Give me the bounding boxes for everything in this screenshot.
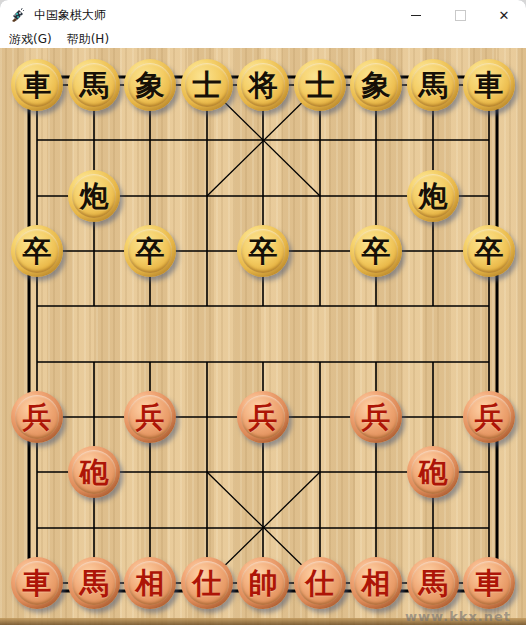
piece-character: 卒: [463, 225, 515, 277]
piece-character: 炮: [68, 170, 120, 222]
piece-character: 車: [11, 557, 63, 609]
piece-character: 相: [124, 557, 176, 609]
piece-black-soldier[interactable]: 卒: [11, 225, 63, 277]
piece-red-horse[interactable]: 馬: [68, 557, 120, 609]
piece-black-chariot[interactable]: 車: [11, 59, 63, 111]
piece-black-soldier[interactable]: 卒: [350, 225, 402, 277]
piece-red-chariot[interactable]: 車: [11, 557, 63, 609]
piece-black-elephant[interactable]: 象: [350, 59, 402, 111]
window-title: 中国象棋大师: [34, 7, 106, 24]
piece-character: 車: [11, 59, 63, 111]
piece-character: 兵: [237, 391, 289, 443]
close-icon: ✕: [499, 9, 510, 22]
piece-character: 象: [350, 59, 402, 111]
piece-character: 馬: [68, 557, 120, 609]
piece-character: 相: [350, 557, 402, 609]
xiangqi-board[interactable]: 車馬象士将士象馬車炮炮卒卒卒卒卒兵兵兵兵兵砲砲車馬相仕帥仕相馬車 www.kkx…: [0, 48, 526, 625]
piece-black-soldier[interactable]: 卒: [124, 225, 176, 277]
piece-black-general[interactable]: 将: [237, 59, 289, 111]
piece-character: 炮: [407, 170, 459, 222]
watermark: www.kkx.net: [405, 609, 511, 624]
maximize-icon: [455, 10, 466, 21]
board-grid: [0, 48, 526, 625]
piece-character: 兵: [124, 391, 176, 443]
piece-character: 卒: [350, 225, 402, 277]
piece-character: 仕: [294, 557, 346, 609]
app-window: 中国象棋大师 ✕ 游戏(G) 帮助(H) 車馬象士将士象馬車炮炮卒卒卒卒卒兵兵兵…: [0, 0, 526, 625]
menu-help[interactable]: 帮助(H): [61, 31, 115, 48]
piece-black-cannon[interactable]: 炮: [407, 170, 459, 222]
maximize-button: [438, 0, 482, 30]
piece-black-advisor[interactable]: 士: [181, 59, 233, 111]
title-bar: 中国象棋大师 ✕: [0, 0, 526, 30]
piece-black-chariot[interactable]: 車: [463, 59, 515, 111]
piece-character: 卒: [237, 225, 289, 277]
piece-red-soldier[interactable]: 兵: [11, 391, 63, 443]
piece-character: 車: [463, 59, 515, 111]
piece-red-soldier[interactable]: 兵: [463, 391, 515, 443]
piece-red-soldier[interactable]: 兵: [124, 391, 176, 443]
piece-character: 象: [124, 59, 176, 111]
piece-character: 兵: [11, 391, 63, 443]
menu-game[interactable]: 游戏(G): [3, 31, 58, 48]
piece-black-soldier[interactable]: 卒: [463, 225, 515, 277]
window-controls: ✕: [394, 0, 526, 30]
piece-character: 帥: [237, 557, 289, 609]
piece-black-elephant[interactable]: 象: [124, 59, 176, 111]
piece-black-horse[interactable]: 馬: [407, 59, 459, 111]
piece-character: 士: [181, 59, 233, 111]
piece-red-elephant[interactable]: 相: [124, 557, 176, 609]
piece-red-advisor[interactable]: 仕: [181, 557, 233, 609]
piece-red-horse[interactable]: 馬: [407, 557, 459, 609]
piece-red-cannon[interactable]: 砲: [68, 446, 120, 498]
minimize-button[interactable]: [394, 0, 438, 30]
piece-red-elephant[interactable]: 相: [350, 557, 402, 609]
app-icon: [10, 7, 26, 23]
piece-character: 馬: [407, 59, 459, 111]
piece-character: 卒: [124, 225, 176, 277]
piece-red-soldier[interactable]: 兵: [237, 391, 289, 443]
piece-red-general[interactable]: 帥: [237, 557, 289, 609]
piece-character: 砲: [68, 446, 120, 498]
piece-character: 馬: [68, 59, 120, 111]
piece-black-soldier[interactable]: 卒: [237, 225, 289, 277]
piece-character: 車: [463, 557, 515, 609]
piece-character: 兵: [350, 391, 402, 443]
piece-character: 将: [237, 59, 289, 111]
close-button[interactable]: ✕: [482, 0, 526, 30]
piece-red-chariot[interactable]: 車: [463, 557, 515, 609]
piece-character: 兵: [463, 391, 515, 443]
piece-character: 砲: [407, 446, 459, 498]
piece-character: 卒: [11, 225, 63, 277]
piece-character: 士: [294, 59, 346, 111]
piece-black-cannon[interactable]: 炮: [68, 170, 120, 222]
piece-red-soldier[interactable]: 兵: [350, 391, 402, 443]
piece-red-advisor[interactable]: 仕: [294, 557, 346, 609]
piece-black-horse[interactable]: 馬: [68, 59, 120, 111]
piece-character: 馬: [407, 557, 459, 609]
piece-black-advisor[interactable]: 士: [294, 59, 346, 111]
piece-character: 仕: [181, 557, 233, 609]
minimize-icon: [411, 15, 421, 16]
piece-red-cannon[interactable]: 砲: [407, 446, 459, 498]
menu-bar: 游戏(G) 帮助(H): [0, 30, 526, 48]
